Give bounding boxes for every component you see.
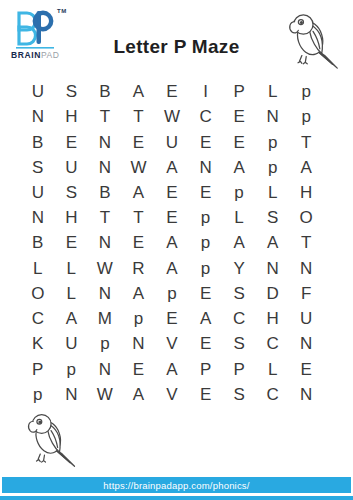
grid-cell: C [189,104,223,129]
grid-cell: T [289,129,323,154]
grid-cell: E [55,230,89,255]
grid-cell: p [21,382,55,407]
grid-cell: N [88,230,122,255]
grid-cell: E [189,382,223,407]
grid-cell: H [289,180,323,205]
grid-cell: W [88,382,122,407]
grid-cell: E [122,357,156,382]
grid-cell: U [289,306,323,331]
grid-cell: E [155,205,189,230]
grid-cell: A [155,256,189,281]
grid-cell: A [55,306,89,331]
grid-cell: p [122,306,156,331]
grid-cell: H [256,306,290,331]
grid-cell: T [88,104,122,129]
grid-cell: A [122,382,156,407]
grid-cell: A [155,357,189,382]
grid-cell: N [21,205,55,230]
grid-cell: O [21,281,55,306]
grid-cell: B [88,79,122,104]
grid-cell: p [55,357,89,382]
grid-cell: N [256,256,290,281]
grid-cell: S [55,79,89,104]
trademark-label: TM [57,8,67,14]
grid-cell: I [189,79,223,104]
grid-cell: p [155,281,189,306]
grid-cell: A [122,79,156,104]
grid-cell: B [21,129,55,154]
grid-cell: A [222,155,256,180]
grid-cell: L [21,256,55,281]
grid-cell: N [21,104,55,129]
grid-cell: E [189,129,223,154]
grid-cell: O [289,205,323,230]
grid-cell: N [88,129,122,154]
grid-cell: E [222,129,256,154]
grid-cell: N [189,155,223,180]
grid-cell: p [289,104,323,129]
grid-cell: S [21,155,55,180]
grid-cell: p [189,205,223,230]
parrot-icon [22,410,82,470]
grid-cell: T [88,205,122,230]
grid-cell: A [256,230,290,255]
grid-cell: E [289,357,323,382]
grid-cell: P [189,357,223,382]
grid-cell: Y [222,256,256,281]
parrot-icon [283,10,345,72]
grid-cell: C [256,382,290,407]
grid-cell: E [189,180,223,205]
grid-cell: N [289,256,323,281]
grid-cell: E [155,79,189,104]
grid-cell: V [155,331,189,356]
grid-cell: H [55,104,89,129]
grid-cell: M [88,306,122,331]
grid-cell: S [256,205,290,230]
grid-cell: p [256,155,290,180]
grid-cell: A [289,155,323,180]
grid-cell: U [155,129,189,154]
grid-cell: L [55,281,89,306]
grid-cell: A [189,306,223,331]
grid-cell: U [21,180,55,205]
grid-cell: U [55,331,89,356]
worksheet-page: { "game": "letter-maze word-search (find… [0,0,353,500]
grid-cell: W [122,155,156,180]
grid-cell: U [21,79,55,104]
grid-cell: A [222,230,256,255]
grid-cell: p [289,79,323,104]
grid-cell: N [88,281,122,306]
grid-cell: N [289,331,323,356]
grid-cell: E [155,306,189,331]
grid-cell: E [55,129,89,154]
grid-cell: N [88,357,122,382]
grid-cell: A [155,230,189,255]
grid-cell: T [289,230,323,255]
grid-cell: P [21,357,55,382]
grid-cell: S [222,331,256,356]
grid-cell: T [122,205,156,230]
grid-cell: C [222,306,256,331]
grid-cell: E [189,331,223,356]
grid-cell: p [189,230,223,255]
grid-cell: N [55,382,89,407]
grid-cell: E [122,230,156,255]
grid-cell: E [155,180,189,205]
grid-cell: L [222,205,256,230]
grid-cell: E [122,129,156,154]
grid-cell: L [55,256,89,281]
grid-cell: B [21,230,55,255]
grid-cell: D [256,281,290,306]
grid-cell: W [155,104,189,129]
grid-cell: E [189,281,223,306]
grid-cell: V [155,382,189,407]
grid-cell: p [189,256,223,281]
grid-cell: A [155,155,189,180]
grid-cell: L [256,79,290,104]
grid-cell: N [289,382,323,407]
grid-cell: B [88,180,122,205]
footer-url-link[interactable]: https://brainpadapp.com/phonics/ [103,480,249,491]
grid-cell: A [122,281,156,306]
grid-cell: H [55,205,89,230]
grid-cell: p [88,331,122,356]
grid-cell: L [256,357,290,382]
grid-cell: E [222,104,256,129]
grid-cell: L [256,180,290,205]
grid-cell: p [222,180,256,205]
letter-grid: USBAEIPLpNHTTWCENpBENEUEEpTSUNWANApAUSBA… [21,79,323,407]
footer-bar: https://brainpadapp.com/phonics/ [2,477,351,493]
grid-cell: T [122,104,156,129]
grid-cell: N [122,331,156,356]
grid-cell: S [222,281,256,306]
grid-cell: F [289,281,323,306]
grid-cell: R [122,256,156,281]
grid-cell: U [55,155,89,180]
grid-cell: C [21,306,55,331]
grid-cell: S [222,382,256,407]
grid-cell: K [21,331,55,356]
grid-cell: N [88,155,122,180]
grid-cell: W [88,256,122,281]
grid-cell: p [256,129,290,154]
grid-cell: A [122,180,156,205]
grid-cell: N [256,104,290,129]
grid-cell: P [222,357,256,382]
grid-cell: C [256,331,290,356]
grid-cell: S [55,180,89,205]
footer-bottom-strip [0,496,353,500]
grid-cell: P [222,79,256,104]
